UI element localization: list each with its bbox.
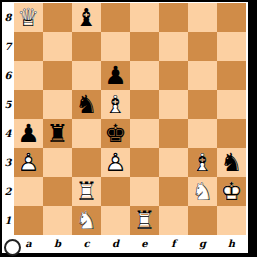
- rank-label-3: 3: [2, 148, 14, 177]
- side-to-move-indicator: [4, 239, 21, 256]
- black-rook: ♜: [43, 119, 72, 148]
- square-b6[interactable]: [43, 61, 72, 90]
- square-d3[interactable]: ♟♙: [101, 148, 130, 177]
- rank-label-6: 6: [2, 61, 14, 90]
- square-f4[interactable]: [159, 119, 188, 148]
- black-pawn: ♟: [14, 119, 43, 148]
- rank-label-7: 7: [2, 32, 14, 61]
- square-a2[interactable]: [14, 177, 43, 206]
- square-a6[interactable]: [14, 61, 43, 90]
- square-f7[interactable]: [159, 32, 188, 61]
- square-g3[interactable]: ♝♗: [188, 148, 217, 177]
- white-rook: ♖: [130, 206, 159, 235]
- square-b5[interactable]: [43, 90, 72, 119]
- square-d8[interactable]: [101, 3, 130, 32]
- white-knight: ♘: [72, 206, 101, 235]
- white-knight: ♘: [188, 177, 217, 206]
- square-d2[interactable]: [101, 177, 130, 206]
- square-f6[interactable]: [159, 61, 188, 90]
- square-a7[interactable]: [14, 32, 43, 61]
- black-pawn: ♟: [101, 61, 130, 90]
- rank-label-8: 8: [2, 3, 14, 32]
- square-g5[interactable]: [188, 90, 217, 119]
- square-d4[interactable]: ♚: [101, 119, 130, 148]
- square-h8[interactable]: [217, 3, 246, 32]
- square-b4[interactable]: ♜: [43, 119, 72, 148]
- file-label-c: c: [72, 236, 101, 252]
- black-knight: ♞: [217, 148, 246, 177]
- square-c8[interactable]: ♝: [72, 3, 101, 32]
- rank-label-2: 2: [2, 177, 14, 206]
- white-pawn: ♙: [101, 148, 130, 177]
- rank-label-4: 4: [2, 119, 14, 148]
- square-g2[interactable]: ♞♘: [188, 177, 217, 206]
- square-h6[interactable]: [217, 61, 246, 90]
- white-rook: ♖: [72, 177, 101, 206]
- square-c4[interactable]: [72, 119, 101, 148]
- square-d1[interactable]: [101, 206, 130, 235]
- file-label-b: b: [43, 236, 72, 252]
- square-c2[interactable]: ♜♖: [72, 177, 101, 206]
- rank-labels: 87654321: [2, 3, 14, 235]
- square-d5[interactable]: ♝♗: [101, 90, 130, 119]
- square-c6[interactable]: [72, 61, 101, 90]
- square-e2[interactable]: [130, 177, 159, 206]
- rank-label-1: 1: [2, 206, 14, 235]
- square-c5[interactable]: ♞: [72, 90, 101, 119]
- square-e1[interactable]: ♜♖: [130, 206, 159, 235]
- white-pawn: ♙: [14, 148, 43, 177]
- square-g7[interactable]: [188, 32, 217, 61]
- white-bishop: ♗: [188, 148, 217, 177]
- square-h3[interactable]: ♞: [217, 148, 246, 177]
- file-labels: abcdefgh: [14, 236, 246, 252]
- square-c3[interactable]: [72, 148, 101, 177]
- white-king: ♔: [217, 177, 246, 206]
- square-g6[interactable]: [188, 61, 217, 90]
- file-label-e: e: [130, 236, 159, 252]
- square-c7[interactable]: [72, 32, 101, 61]
- square-a8[interactable]: ♛♕: [14, 3, 43, 32]
- square-a1[interactable]: [14, 206, 43, 235]
- chess-diagram: 87654321 ♛♕♝♟♞♝♗♟♜♚♟♙♟♙♝♗♞♜♖♞♘♚♔♞♘♜♖ abc…: [0, 0, 257, 257]
- square-a5[interactable]: [14, 90, 43, 119]
- file-label-h: h: [217, 236, 246, 252]
- square-a3[interactable]: ♟♙: [14, 148, 43, 177]
- black-bishop: ♝: [72, 3, 101, 32]
- square-d6[interactable]: ♟: [101, 61, 130, 90]
- board-frame: 87654321 ♛♕♝♟♞♝♗♟♜♚♟♙♟♙♝♗♞♜♖♞♘♚♔♞♘♜♖ abc…: [2, 2, 248, 253]
- square-e5[interactable]: [130, 90, 159, 119]
- white-queen: ♕: [14, 3, 43, 32]
- square-f3[interactable]: [159, 148, 188, 177]
- chess-board: ♛♕♝♟♞♝♗♟♜♚♟♙♟♙♝♗♞♜♖♞♘♚♔♞♘♜♖: [14, 3, 246, 235]
- rank-label-5: 5: [2, 90, 14, 119]
- square-g1[interactable]: [188, 206, 217, 235]
- square-f8[interactable]: [159, 3, 188, 32]
- square-h1[interactable]: [217, 206, 246, 235]
- square-f1[interactable]: [159, 206, 188, 235]
- square-d7[interactable]: [101, 32, 130, 61]
- square-b2[interactable]: [43, 177, 72, 206]
- square-f2[interactable]: [159, 177, 188, 206]
- square-e6[interactable]: [130, 61, 159, 90]
- square-h4[interactable]: [217, 119, 246, 148]
- square-e3[interactable]: [130, 148, 159, 177]
- square-h2[interactable]: ♚♔: [217, 177, 246, 206]
- white-bishop: ♗: [101, 90, 130, 119]
- black-knight: ♞: [72, 90, 101, 119]
- file-label-d: d: [101, 236, 130, 252]
- square-h7[interactable]: [217, 32, 246, 61]
- square-e7[interactable]: [130, 32, 159, 61]
- square-h5[interactable]: [217, 90, 246, 119]
- square-b3[interactable]: [43, 148, 72, 177]
- black-king: ♚: [101, 119, 130, 148]
- square-b7[interactable]: [43, 32, 72, 61]
- square-g8[interactable]: [188, 3, 217, 32]
- square-b8[interactable]: [43, 3, 72, 32]
- square-g4[interactable]: [188, 119, 217, 148]
- square-c1[interactable]: ♞♘: [72, 206, 101, 235]
- square-e4[interactable]: [130, 119, 159, 148]
- square-f5[interactable]: [159, 90, 188, 119]
- square-b1[interactable]: [43, 206, 72, 235]
- file-label-f: f: [159, 236, 188, 252]
- square-e8[interactable]: [130, 3, 159, 32]
- square-a4[interactable]: ♟: [14, 119, 43, 148]
- file-label-g: g: [188, 236, 217, 252]
